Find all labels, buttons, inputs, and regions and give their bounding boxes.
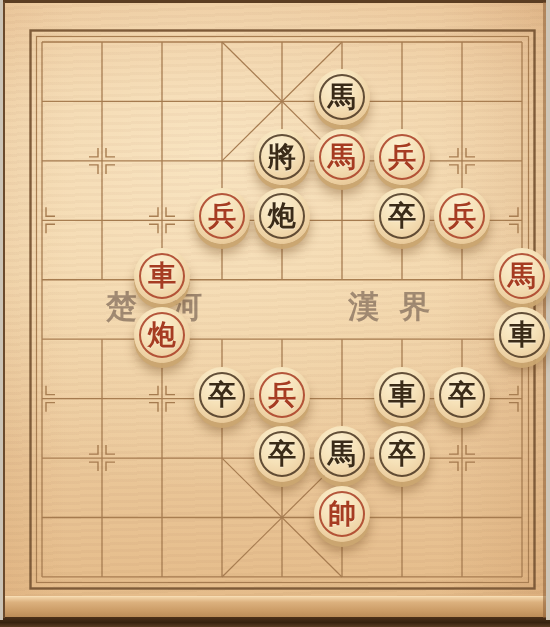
piece-black-general[interactable]: 將 (254, 129, 310, 185)
piece-red-horse[interactable]: 馬 (494, 248, 550, 304)
piece-red-soldier[interactable]: 兵 (434, 188, 490, 244)
piece-glyph: 炮 (134, 307, 190, 363)
piece-black-chariot[interactable]: 車 (494, 307, 550, 363)
piece-glyph: 卒 (434, 367, 490, 423)
piece-black-soldier[interactable]: 卒 (194, 367, 250, 423)
piece-glyph: 兵 (254, 367, 310, 423)
piece-black-soldier[interactable]: 卒 (254, 426, 310, 482)
piece-red-soldier[interactable]: 兵 (254, 367, 310, 423)
piece-glyph: 馬 (314, 69, 370, 125)
piece-glyph: 兵 (434, 188, 490, 244)
piece-black-soldier[interactable]: 卒 (374, 426, 430, 482)
piece-red-horse[interactable]: 馬 (314, 129, 370, 185)
piece-red-cannon[interactable]: 炮 (134, 307, 190, 363)
piece-glyph: 車 (134, 248, 190, 304)
piece-red-soldier[interactable]: 兵 (194, 188, 250, 244)
piece-glyph: 卒 (374, 426, 430, 482)
piece-black-chariot[interactable]: 車 (374, 367, 430, 423)
board-grid (0, 0, 550, 598)
piece-glyph: 帥 (314, 486, 370, 542)
piece-glyph: 馬 (314, 426, 370, 482)
piece-glyph: 兵 (374, 129, 430, 185)
piece-glyph: 馬 (314, 129, 370, 185)
board-rim-left (3, 2, 5, 618)
board-front-edge (0, 596, 550, 618)
table-surface (0, 617, 550, 627)
piece-glyph: 將 (254, 129, 310, 185)
piece-black-cannon[interactable]: 炮 (254, 188, 310, 244)
piece-black-horse[interactable]: 馬 (314, 426, 370, 482)
piece-red-soldier[interactable]: 兵 (374, 129, 430, 185)
xiangqi-app: 楚河 漢界 馬將馬兵兵炮卒兵車馬炮車卒兵車卒卒馬卒帥 (0, 0, 550, 627)
piece-glyph: 車 (374, 367, 430, 423)
xiangqi-board[interactable]: 楚河 漢界 馬將馬兵兵炮卒兵車馬炮車卒兵車卒卒馬卒帥 (0, 0, 550, 598)
piece-glyph: 馬 (494, 248, 550, 304)
piece-glyph: 卒 (374, 188, 430, 244)
piece-red-general[interactable]: 帥 (314, 486, 370, 542)
piece-red-chariot[interactable]: 車 (134, 248, 190, 304)
piece-glyph: 兵 (194, 188, 250, 244)
piece-glyph: 卒 (254, 426, 310, 482)
screen-edge-top (0, 0, 550, 3)
piece-black-soldier[interactable]: 卒 (434, 367, 490, 423)
piece-glyph: 卒 (194, 367, 250, 423)
piece-glyph: 炮 (254, 188, 310, 244)
piece-black-soldier[interactable]: 卒 (374, 188, 430, 244)
piece-glyph: 車 (494, 307, 550, 363)
piece-black-horse[interactable]: 馬 (314, 69, 370, 125)
